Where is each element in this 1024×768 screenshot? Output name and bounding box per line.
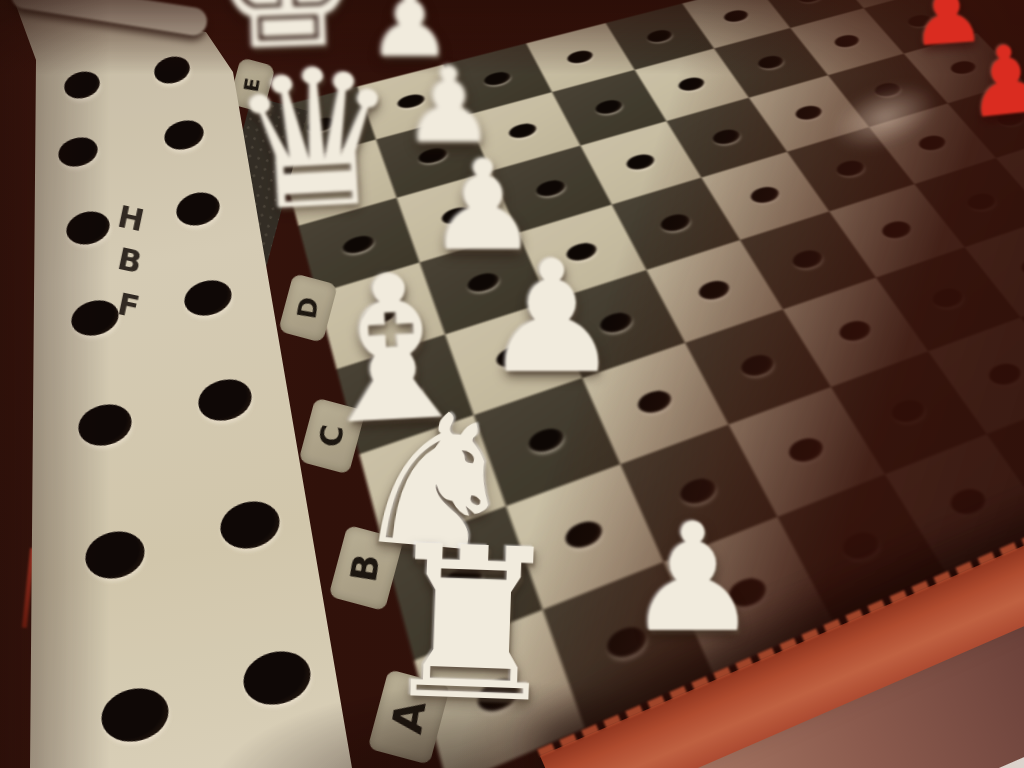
peg-hole [928,285,967,310]
peg-hole [676,75,708,93]
peg-hole [755,54,786,71]
queen-glyph: ♛ [226,41,406,240]
peg-hole [795,0,824,4]
pawn-glyph: ♟ [483,240,622,395]
peg-hole [565,49,595,66]
travel-chess-set-photo: ABCDE HBF ♜♞♝♛♚♟♟♟♟♟♟♟ [0,0,1024,768]
peg-hole [645,28,675,44]
rook-glyph: ♜ [374,517,569,733]
peg-hole [831,33,862,49]
white-pawn-a2[interactable]: ♟ [626,503,760,653]
peg-hole [838,528,884,564]
peg-hole [1017,255,1024,279]
peg-hole [984,360,1024,389]
peg-hole [658,211,694,234]
peg-hole [792,103,825,122]
peg-hole [737,351,777,379]
peg-hole [634,387,675,417]
peg-hole [721,8,751,24]
peg-hole [747,184,782,206]
peg-hole [710,127,743,147]
peg-hole [789,247,826,271]
white-pawn-c2[interactable]: ♟ [483,240,622,395]
pawn-glyph: ♟ [960,30,1024,133]
white-queen-d1[interactable]: ♛ [226,41,406,240]
peg-hole [695,278,733,303]
red-pawn-h7[interactable]: ♟ [960,30,1024,133]
peg-hole [946,485,991,519]
white-rook-a1[interactable]: ♜ [374,517,569,733]
pawn-glyph: ♟ [626,503,760,653]
peg-hole [833,158,868,179]
peg-hole [887,396,929,426]
peg-hole [878,218,915,241]
peg-hole [624,152,658,172]
peg-hole [785,434,828,466]
peg-hole [593,98,625,117]
peg-hole [835,318,875,345]
peg-hole [915,133,949,153]
peg-hole [963,191,999,213]
peg-hole [526,425,567,456]
